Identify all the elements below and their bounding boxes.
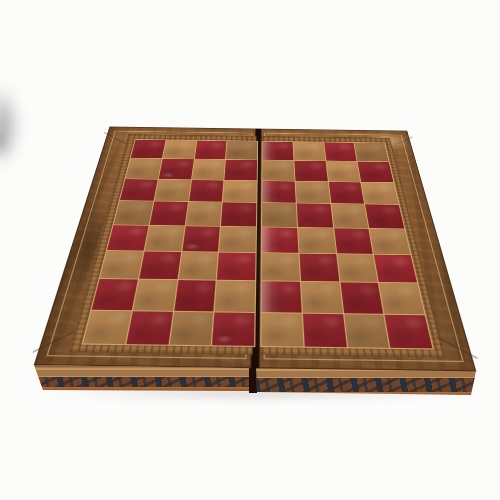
square-b1[interactable] [126, 311, 172, 345]
side-marbled-band [255, 378, 478, 392]
square-b3[interactable] [139, 251, 181, 279]
square-c1[interactable] [169, 311, 213, 345]
square-e1[interactable] [261, 313, 303, 347]
square-b7[interactable] [159, 159, 194, 179]
square-e3[interactable] [262, 253, 300, 281]
square-h8[interactable] [354, 143, 388, 162]
square-d8[interactable] [226, 141, 257, 160]
square-f1[interactable] [303, 313, 347, 347]
square-g1[interactable] [344, 314, 390, 348]
square-d7[interactable] [225, 160, 257, 180]
square-f6[interactable] [295, 181, 330, 203]
square-b6[interactable] [154, 179, 190, 201]
squares-right [260, 141, 434, 350]
square-a4[interactable] [107, 225, 148, 251]
square-c6[interactable] [189, 180, 224, 202]
square-e7[interactable] [262, 160, 294, 180]
square-e4[interactable] [262, 227, 298, 253]
square-d2[interactable] [215, 281, 255, 312]
out-of-focus-object [0, 84, 20, 168]
board-half-left [34, 127, 256, 369]
square-c4[interactable] [182, 226, 220, 252]
square-b5[interactable] [150, 201, 188, 225]
square-g8[interactable] [324, 142, 357, 161]
square-c3[interactable] [178, 252, 218, 280]
square-g6[interactable] [328, 182, 364, 204]
square-d1[interactable] [212, 312, 254, 346]
square-h4[interactable] [370, 228, 411, 254]
square-c8[interactable] [194, 141, 226, 160]
squares-left [81, 139, 258, 347]
board-half-right [259, 129, 477, 372]
square-b8[interactable] [163, 140, 196, 159]
square-h3[interactable] [374, 255, 417, 283]
square-d3[interactable] [217, 252, 255, 280]
square-g2[interactable] [340, 283, 383, 314]
square-b2[interactable] [133, 280, 177, 311]
square-h6[interactable] [361, 182, 398, 204]
square-c7[interactable] [192, 160, 226, 180]
square-g3[interactable] [337, 254, 378, 282]
square-h2[interactable] [379, 283, 424, 314]
square-a5[interactable] [114, 201, 153, 225]
square-g4[interactable] [334, 228, 373, 254]
square-e2[interactable] [262, 281, 302, 312]
square-d5[interactable] [221, 202, 256, 226]
square-f4[interactable] [298, 227, 336, 253]
square-f2[interactable] [301, 282, 343, 313]
square-h5[interactable] [365, 204, 404, 228]
square-a6[interactable] [120, 179, 158, 201]
square-h1[interactable] [385, 314, 433, 348]
square-c5[interactable] [185, 202, 222, 226]
square-e5[interactable] [262, 203, 297, 227]
square-h7[interactable] [358, 162, 394, 182]
photo-background [0, 0, 500, 500]
square-f3[interactable] [299, 254, 339, 282]
square-a7[interactable] [126, 159, 162, 179]
square-d6[interactable] [223, 180, 257, 202]
square-a2[interactable] [92, 279, 138, 310]
square-c2[interactable] [174, 280, 216, 311]
side-marbled-band [34, 377, 252, 387]
square-e8[interactable] [262, 142, 293, 161]
square-a3[interactable] [100, 251, 143, 279]
square-a8[interactable] [131, 140, 166, 159]
square-f8[interactable] [293, 142, 325, 161]
side-tan-strip [34, 369, 252, 377]
square-d4[interactable] [219, 226, 256, 252]
square-g7[interactable] [326, 161, 360, 181]
side-tan-strip [255, 370, 478, 378]
square-a1[interactable] [83, 310, 131, 344]
square-e6[interactable] [262, 181, 295, 203]
square-f7[interactable] [294, 161, 327, 181]
hinge-gap-lower [249, 366, 257, 393]
square-f5[interactable] [297, 203, 333, 227]
chessboard [34, 127, 477, 372]
square-b4[interactable] [144, 225, 184, 251]
square-g5[interactable] [331, 204, 369, 228]
